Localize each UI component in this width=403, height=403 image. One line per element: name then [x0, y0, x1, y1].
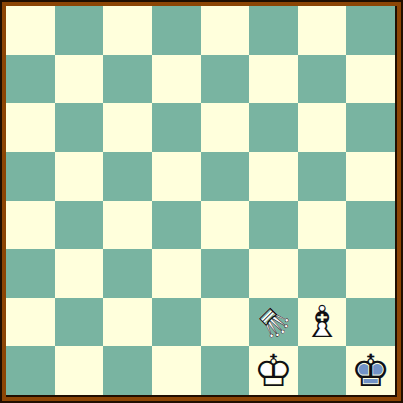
square-a4[interactable] [6, 201, 55, 250]
square-c6[interactable] [103, 103, 152, 152]
square-f7[interactable] [249, 55, 298, 104]
square-b8[interactable] [55, 6, 104, 55]
square-h8[interactable] [346, 6, 395, 55]
square-b7[interactable] [55, 55, 104, 104]
black-king-outline-glyph: ♔ [351, 349, 390, 393]
square-a8[interactable] [6, 6, 55, 55]
square-e7[interactable] [201, 55, 250, 104]
square-g3[interactable] [298, 249, 347, 298]
square-a3[interactable] [6, 249, 55, 298]
square-b2[interactable] [55, 298, 104, 347]
square-c8[interactable] [103, 6, 152, 55]
square-g8[interactable] [298, 6, 347, 55]
square-e6[interactable] [201, 103, 250, 152]
square-g7[interactable] [298, 55, 347, 104]
square-c2[interactable] [103, 298, 152, 347]
square-f4[interactable] [249, 201, 298, 250]
square-c7[interactable] [103, 55, 152, 104]
square-h5[interactable] [346, 152, 395, 201]
square-c1[interactable] [103, 346, 152, 395]
square-d1[interactable] [152, 346, 201, 395]
square-d7[interactable] [152, 55, 201, 104]
square-d6[interactable] [152, 103, 201, 152]
square-b4[interactable] [55, 201, 104, 250]
square-a1[interactable] [6, 346, 55, 395]
chess-board-frame: ♛♕♝♗♚♔♚♔ [0, 0, 403, 403]
square-h7[interactable] [346, 55, 395, 104]
square-f6[interactable] [249, 103, 298, 152]
square-c3[interactable] [103, 249, 152, 298]
square-b5[interactable] [55, 152, 104, 201]
square-h3[interactable] [346, 249, 395, 298]
square-h6[interactable] [346, 103, 395, 152]
square-e5[interactable] [201, 152, 250, 201]
square-g1[interactable] [298, 346, 347, 395]
square-e8[interactable] [201, 6, 250, 55]
white-bishop-outline-glyph: ♗ [302, 300, 341, 344]
black-king[interactable]: ♚♔ [346, 346, 395, 395]
square-d4[interactable] [152, 201, 201, 250]
square-f8[interactable] [249, 6, 298, 55]
square-g6[interactable] [298, 103, 347, 152]
square-a7[interactable] [6, 55, 55, 104]
chess-board: ♛♕♝♗♚♔♚♔ [6, 6, 397, 397]
square-h1[interactable]: ♚♔ [346, 346, 395, 395]
square-a2[interactable] [6, 298, 55, 347]
square-e1[interactable] [201, 346, 250, 395]
square-f2[interactable]: ♛♕ [249, 298, 298, 347]
square-d2[interactable] [152, 298, 201, 347]
square-g5[interactable] [298, 152, 347, 201]
square-d8[interactable] [152, 6, 201, 55]
square-b3[interactable] [55, 249, 104, 298]
square-d5[interactable] [152, 152, 201, 201]
square-e4[interactable] [201, 201, 250, 250]
square-h4[interactable] [346, 201, 395, 250]
square-g4[interactable] [298, 201, 347, 250]
square-c5[interactable] [103, 152, 152, 201]
square-a6[interactable] [6, 103, 55, 152]
square-f5[interactable] [249, 152, 298, 201]
square-h2[interactable] [346, 298, 395, 347]
square-c4[interactable] [103, 201, 152, 250]
square-a5[interactable] [6, 152, 55, 201]
square-e3[interactable] [201, 249, 250, 298]
white-queen-outline-glyph: ♕ [248, 297, 299, 348]
square-d3[interactable] [152, 249, 201, 298]
square-b6[interactable] [55, 103, 104, 152]
square-b1[interactable] [55, 346, 104, 395]
